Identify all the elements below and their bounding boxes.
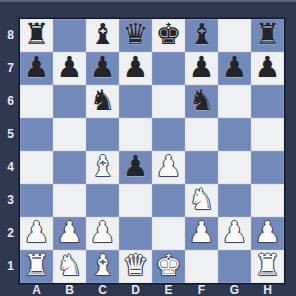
square-c5[interactable]	[86, 118, 119, 151]
square-h4[interactable]	[251, 151, 284, 184]
square-c4[interactable]: ♝	[86, 151, 119, 184]
square-c2[interactable]: ♟	[86, 217, 119, 250]
square-b8[interactable]	[53, 19, 86, 52]
piece-white-knight: ♞	[57, 249, 83, 282]
square-a1[interactable]: ♜	[20, 250, 53, 283]
square-b7[interactable]: ♟	[53, 52, 86, 85]
square-f8[interactable]: ♝	[185, 19, 218, 52]
square-e3[interactable]	[152, 184, 185, 217]
square-f7[interactable]: ♟	[185, 52, 218, 85]
square-c6[interactable]: ♞	[86, 85, 119, 118]
rank-label-5: 5	[0, 118, 19, 151]
square-e6[interactable]	[152, 85, 185, 118]
piece-black-knight: ♞	[90, 84, 116, 117]
square-e5[interactable]	[152, 118, 185, 151]
square-d8[interactable]: ♛	[119, 19, 152, 52]
piece-black-queen: ♛	[123, 18, 149, 51]
square-d3[interactable]	[119, 184, 152, 217]
square-h8[interactable]: ♜	[251, 19, 284, 52]
square-a2[interactable]: ♟	[20, 217, 53, 250]
square-e2[interactable]	[152, 217, 185, 250]
square-b3[interactable]	[53, 184, 86, 217]
file-label-d: D	[119, 284, 152, 296]
square-a8[interactable]: ♜	[20, 19, 53, 52]
piece-white-bishop: ♝	[90, 249, 116, 282]
piece-black-bishop: ♝	[189, 18, 215, 51]
square-g5[interactable]	[218, 118, 251, 151]
piece-black-pawn: ♟	[222, 51, 248, 84]
piece-white-rook: ♜	[255, 249, 281, 282]
piece-black-bishop: ♝	[90, 18, 116, 51]
square-c3[interactable]	[86, 184, 119, 217]
square-g2[interactable]: ♟	[218, 217, 251, 250]
square-g1[interactable]	[218, 250, 251, 283]
piece-black-pawn: ♟	[123, 150, 149, 183]
board: ♜♝♛♚♝♜♟♟♟♟♟♟♟♞♞♝♟♟♞♟♟♟♟♟♟♜♞♝♛♚♜	[20, 19, 284, 283]
piece-white-pawn: ♟	[222, 216, 248, 249]
square-a5[interactable]	[20, 118, 53, 151]
piece-black-king: ♚	[156, 18, 182, 51]
piece-white-knight: ♞	[189, 183, 215, 216]
piece-white-king: ♚	[156, 249, 182, 282]
square-g7[interactable]: ♟	[218, 52, 251, 85]
square-c1[interactable]: ♝	[86, 250, 119, 283]
square-b1[interactable]: ♞	[53, 250, 86, 283]
square-a7[interactable]: ♟	[20, 52, 53, 85]
square-h3[interactable]	[251, 184, 284, 217]
square-f3[interactable]: ♞	[185, 184, 218, 217]
square-a4[interactable]	[20, 151, 53, 184]
rank-label-3: 3	[0, 184, 19, 217]
file-label-f: F	[185, 284, 218, 296]
rank-labels: 87654321	[0, 19, 19, 283]
square-e4[interactable]: ♟	[152, 151, 185, 184]
file-labels: ABCDEFGH	[20, 284, 284, 296]
piece-white-pawn: ♟	[57, 216, 83, 249]
rank-label-1: 1	[0, 250, 19, 283]
rank-label-6: 6	[0, 85, 19, 118]
square-d1[interactable]: ♛	[119, 250, 152, 283]
piece-black-pawn: ♟	[123, 51, 149, 84]
square-d6[interactable]	[119, 85, 152, 118]
square-e1[interactable]: ♚	[152, 250, 185, 283]
piece-white-pawn: ♟	[24, 216, 50, 249]
file-label-c: C	[86, 284, 119, 296]
piece-white-rook: ♜	[24, 249, 50, 282]
square-c8[interactable]: ♝	[86, 19, 119, 52]
square-f2[interactable]: ♟	[185, 217, 218, 250]
square-g4[interactable]	[218, 151, 251, 184]
rank-label-2: 2	[0, 217, 19, 250]
piece-black-rook: ♜	[24, 18, 50, 51]
file-label-a: A	[20, 284, 53, 296]
square-c7[interactable]: ♟	[86, 52, 119, 85]
square-h2[interactable]: ♟	[251, 217, 284, 250]
square-d2[interactable]	[119, 217, 152, 250]
file-label-b: B	[53, 284, 86, 296]
square-f5[interactable]	[185, 118, 218, 151]
piece-white-bishop: ♝	[90, 150, 116, 183]
piece-black-pawn: ♟	[24, 51, 50, 84]
square-e8[interactable]: ♚	[152, 19, 185, 52]
square-d5[interactable]	[119, 118, 152, 151]
square-b4[interactable]	[53, 151, 86, 184]
piece-black-knight: ♞	[189, 84, 215, 117]
square-h6[interactable]	[251, 85, 284, 118]
file-label-g: G	[218, 284, 251, 296]
chess-diagram: 87654321 ♜♝♛♚♝♜♟♟♟♟♟♟♟♞♞♝♟♟♞♟♟♟♟♟♟♜♞♝♛♚♜…	[0, 0, 296, 296]
square-a3[interactable]	[20, 184, 53, 217]
square-b2[interactable]: ♟	[53, 217, 86, 250]
square-d4[interactable]: ♟	[119, 151, 152, 184]
piece-black-pawn: ♟	[255, 51, 281, 84]
file-label-h: H	[251, 284, 284, 296]
piece-white-pawn: ♟	[189, 216, 215, 249]
piece-black-pawn: ♟	[57, 51, 83, 84]
piece-white-pawn: ♟	[90, 216, 116, 249]
rank-label-4: 4	[0, 151, 19, 184]
square-f1[interactable]	[185, 250, 218, 283]
piece-black-pawn: ♟	[189, 51, 215, 84]
piece-white-queen: ♛	[123, 249, 149, 282]
square-h1[interactable]: ♜	[251, 250, 284, 283]
square-e7[interactable]	[152, 52, 185, 85]
piece-black-rook: ♜	[255, 18, 281, 51]
rank-label-7: 7	[0, 52, 19, 85]
piece-white-pawn: ♟	[156, 150, 182, 183]
square-g3[interactable]	[218, 184, 251, 217]
square-h7[interactable]: ♟	[251, 52, 284, 85]
square-f4[interactable]	[185, 151, 218, 184]
square-f6[interactable]: ♞	[185, 85, 218, 118]
file-label-e: E	[152, 284, 185, 296]
square-g8[interactable]	[218, 19, 251, 52]
square-d7[interactable]: ♟	[119, 52, 152, 85]
piece-black-pawn: ♟	[90, 51, 116, 84]
square-b6[interactable]	[53, 85, 86, 118]
rank-label-8: 8	[0, 19, 19, 52]
square-b5[interactable]	[53, 118, 86, 151]
piece-white-pawn: ♟	[255, 216, 281, 249]
square-a6[interactable]	[20, 85, 53, 118]
square-h5[interactable]	[251, 118, 284, 151]
square-g6[interactable]	[218, 85, 251, 118]
board-frame: ♜♝♛♚♝♜♟♟♟♟♟♟♟♞♞♝♟♟♞♟♟♟♟♟♟♜♞♝♛♚♜	[19, 18, 285, 284]
